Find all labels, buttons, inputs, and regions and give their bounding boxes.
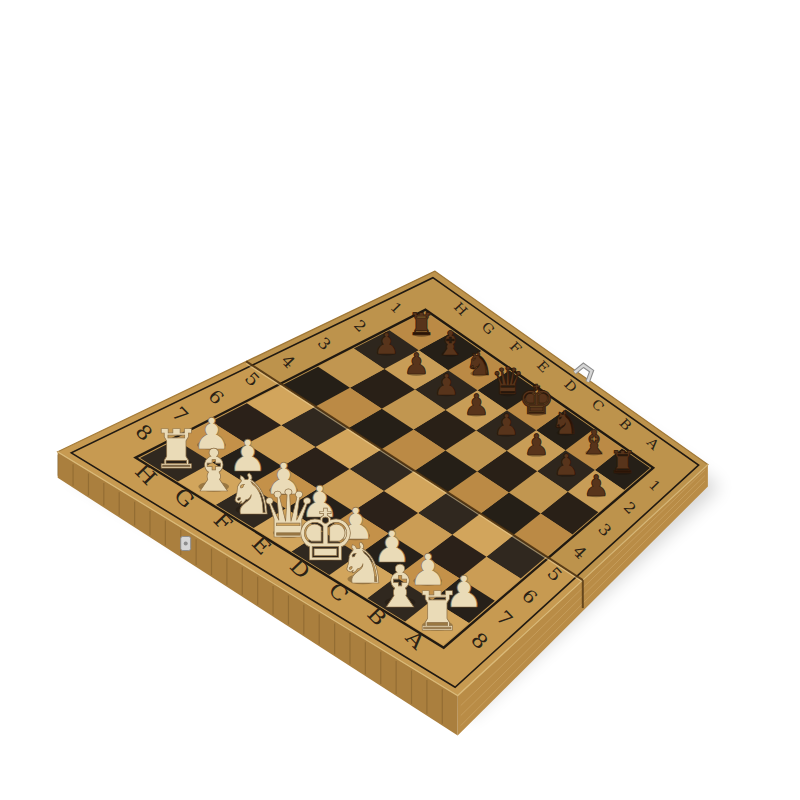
piece-black-pawn-f2: ♟ <box>433 368 459 402</box>
piece-black-king-d1: ♚ <box>518 376 554 424</box>
piece-white-rook-a8: ♜ <box>413 580 461 643</box>
chess-set-photo: 1122334455667788AABBCCDDEEFFGGHH ♜♟♝♟♞♟♛… <box>0 0 800 800</box>
piece-black-pawn-c2: ♟ <box>523 428 549 462</box>
piece-black-bishop-g1: ♝ <box>435 324 465 363</box>
latch-pin <box>184 542 188 546</box>
piece-black-pawn-a2: ♟ <box>583 469 609 503</box>
piece-black-knight-f1: ♞ <box>465 345 494 383</box>
piece-black-bishop-b1: ♝ <box>579 423 609 462</box>
piece-black-rook-h1: ♜ <box>408 307 436 342</box>
piece-black-knight-c1: ♞ <box>551 404 580 442</box>
photo-canvas: 1122334455667788AABBCCDDEEFFGGHH ♜♟♝♟♞♟♛… <box>0 0 800 800</box>
piece-black-pawn-e2: ♟ <box>463 388 489 422</box>
piece-black-rook-a1: ♜ <box>609 445 637 480</box>
piece-black-pawn-h2: ♟ <box>373 327 399 361</box>
latch-plate <box>181 537 191 551</box>
piece-black-pawn-g2: ♟ <box>403 347 429 381</box>
piece-black-pawn-b2: ♟ <box>553 448 579 482</box>
piece-black-pawn-d2: ♟ <box>493 408 519 442</box>
